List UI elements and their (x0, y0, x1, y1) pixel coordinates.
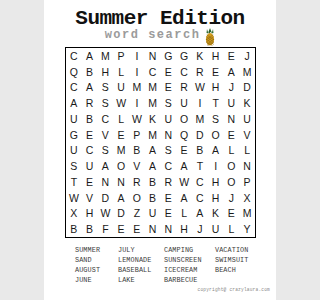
grid-cell[interactable]: C (161, 158, 177, 174)
grid-cell[interactable]: E (161, 64, 177, 80)
grid-cell[interactable]: U (82, 158, 98, 174)
grid-cell[interactable]: E (208, 64, 224, 80)
grid-cell[interactable]: E (224, 127, 240, 143)
grid-cell[interactable]: X (239, 190, 255, 206)
grid-cell[interactable]: B (82, 111, 98, 127)
grid-cell[interactable]: Y (239, 221, 255, 237)
grid-cell[interactable]: L (176, 206, 192, 222)
grid-cell[interactable]: E (224, 48, 240, 64)
grid-cell[interactable]: G (176, 48, 192, 64)
grid-cell[interactable]: U (176, 95, 192, 111)
grid-cell[interactable]: B (145, 190, 161, 206)
grid-cell[interactable]: U (239, 111, 255, 127)
grid-cell[interactable]: G (161, 48, 177, 64)
grid-cell[interactable]: C (98, 111, 114, 127)
grid-cell[interactable]: E (113, 221, 129, 237)
grid-cell[interactable]: O (113, 158, 129, 174)
grid-cell[interactable]: A (208, 143, 224, 159)
grid-cell[interactable]: D (113, 206, 129, 222)
grid-cell[interactable]: D (192, 127, 208, 143)
grid-cell[interactable]: M (145, 80, 161, 96)
grid-cell[interactable]: A (98, 158, 114, 174)
grid-cell[interactable]: M (145, 127, 161, 143)
grid-cell[interactable]: L (224, 221, 240, 237)
grid-cell[interactable]: B (129, 143, 145, 159)
word-list-column: CAMPINGSUNSCREENICECREAMBARBECUE (164, 245, 215, 285)
grid-cell[interactable]: E (113, 127, 129, 143)
grid-cell[interactable]: R (161, 174, 177, 190)
grid-cell[interactable]: N (145, 48, 161, 64)
word-search-page: Summer Edition word search CAMPINGGKHEJQ… (44, 0, 276, 300)
grid-cell[interactable]: S (161, 95, 177, 111)
grid-cell[interactable]: H (208, 190, 224, 206)
grid-cell[interactable]: J (239, 48, 255, 64)
grid-cell[interactable]: W (129, 111, 145, 127)
word-list-item: BEACH (215, 265, 271, 275)
grid-cell[interactable]: R (176, 80, 192, 96)
word-list-item: SAND (75, 255, 118, 265)
grid-cell[interactable]: Q (176, 127, 192, 143)
grid-cell[interactable]: A (113, 190, 129, 206)
grid-cell[interactable]: M (145, 95, 161, 111)
word-list: SUMMERSANDAUGUSTJUNEJULYLEMONADEBASEBALL… (75, 245, 271, 285)
grid-cell[interactable]: W (66, 190, 82, 206)
pineapple-icon (205, 28, 215, 46)
grid-cell[interactable]: N (161, 221, 177, 237)
grid-cell[interactable]: E (176, 143, 192, 159)
word-list-item: JULY (118, 245, 164, 255)
grid-cell[interactable]: L (113, 64, 129, 80)
grid-cell[interactable]: H (208, 80, 224, 96)
grid-cell[interactable]: E (224, 206, 240, 222)
grid-cell[interactable]: N (161, 127, 177, 143)
grid-cell[interactable]: E (129, 221, 145, 237)
grid-cell[interactable]: N (98, 174, 114, 190)
grid-cell[interactable]: N (224, 111, 240, 127)
word-list-item: SUMMER (75, 245, 118, 255)
grid-cell[interactable]: U (161, 111, 177, 127)
grid-cell[interactable]: V (82, 190, 98, 206)
grid-cell[interactable]: K (192, 48, 208, 64)
grid-cell[interactable]: M (192, 111, 208, 127)
grid-cell[interactable]: A (176, 158, 192, 174)
grid-cell[interactable]: U (113, 80, 129, 96)
word-list-item: CAMPING (164, 245, 215, 255)
grid-cell[interactable]: L (239, 143, 255, 159)
grid-cell[interactable]: B (66, 221, 82, 237)
grid-cell[interactable]: D (239, 80, 255, 96)
grid-cell[interactable]: X (66, 206, 82, 222)
grid-cell[interactable]: U (66, 111, 82, 127)
grid-cell[interactable]: N (145, 221, 161, 237)
word-list-item: ICECREAM (164, 265, 215, 275)
grid-cell[interactable]: A (66, 95, 82, 111)
grid-cell[interactable]: W (192, 80, 208, 96)
grid-cell[interactable]: M (129, 80, 145, 96)
grid-cell[interactable]: O (176, 111, 192, 127)
grid-cell[interactable]: I (192, 95, 208, 111)
grid-cell[interactable]: H (208, 174, 224, 190)
grid-cell[interactable]: R (82, 95, 98, 111)
word-list-column: VACATIONSWIMSUITBEACH (215, 245, 271, 285)
grid-cell[interactable]: G (66, 127, 82, 143)
grid-cell[interactable]: J (224, 80, 240, 96)
grid-cell[interactable]: S (98, 95, 114, 111)
grid-cell[interactable]: A (82, 48, 98, 64)
page-title: Summer Edition (44, 7, 276, 30)
grid-cell[interactable]: P (129, 127, 145, 143)
grid-cell[interactable]: B (82, 221, 98, 237)
grid-cell[interactable]: S (66, 158, 82, 174)
grid-cell[interactable]: I (129, 64, 145, 80)
page-subtitle: word search (105, 28, 201, 42)
grid-cell[interactable]: C (66, 48, 82, 64)
grid-cell[interactable]: S (208, 111, 224, 127)
grid-cell[interactable]: J (192, 221, 208, 237)
word-list-item: LEMONADE (118, 255, 164, 265)
word-list-item: SUNSCREEN (164, 255, 215, 265)
grid-cell[interactable]: C (192, 174, 208, 190)
grid-cell[interactable]: A (145, 158, 161, 174)
grid-cell[interactable]: A (176, 190, 192, 206)
grid-cell[interactable]: L (224, 143, 240, 159)
grid-cell[interactable]: E (161, 206, 177, 222)
grid-cell[interactable]: I (129, 95, 145, 111)
grid-cell[interactable]: T (192, 158, 208, 174)
grid-cell[interactable]: Q (66, 64, 82, 80)
grid-cell[interactable]: H (176, 221, 192, 237)
grid-cell[interactable]: B (192, 143, 208, 159)
grid-cell[interactable]: C (145, 64, 161, 80)
grid-cell[interactable]: U (224, 95, 240, 111)
grid-cell[interactable]: T (66, 174, 82, 190)
word-list-item: LAKE (118, 275, 164, 285)
grid-cell[interactable]: F (98, 221, 114, 237)
grid-cell[interactable]: S (161, 143, 177, 159)
grid-cell[interactable]: C (82, 143, 98, 159)
grid-cell[interactable]: B (82, 64, 98, 80)
grid-cell[interactable]: L (113, 111, 129, 127)
grid-cell[interactable]: O (224, 174, 240, 190)
grid-cell[interactable]: W (98, 206, 114, 222)
grid-cell[interactable]: U (66, 143, 82, 159)
grid-cell[interactable]: M (98, 48, 114, 64)
grid-cell[interactable]: P (113, 48, 129, 64)
grid-cell[interactable]: D (98, 190, 114, 206)
word-list-item: VACATION (215, 245, 271, 255)
grid-cell[interactable]: S (98, 80, 114, 96)
copyright-text: copyright@ crazylaura.com (197, 287, 270, 292)
grid-cell[interactable]: M (239, 64, 255, 80)
word-list-item: AUGUST (75, 265, 118, 275)
grid-cell[interactable]: T (208, 95, 224, 111)
grid-cell[interactable]: C (66, 80, 82, 96)
grid-cell[interactable]: M (239, 206, 255, 222)
word-list-item: SWIMSUIT (215, 255, 271, 265)
grid-cell[interactable]: M (113, 143, 129, 159)
grid-cell[interactable]: U (145, 206, 161, 222)
word-search-grid: CAMPINGGKHEJQBHLICECREAMCASUMMERWHJDARSW… (65, 47, 256, 238)
grid-cell[interactable]: V (98, 127, 114, 143)
grid-cell[interactable]: V (129, 158, 145, 174)
subtitle-row: word search (44, 28, 276, 46)
grid-cell[interactable]: O (224, 158, 240, 174)
grid-cell[interactable]: E (161, 190, 177, 206)
grid-cell[interactable]: A (192, 206, 208, 222)
grid-cell[interactable]: S (98, 143, 114, 159)
grid-cell[interactable]: J (224, 190, 240, 206)
grid-cell[interactable]: K (145, 111, 161, 127)
grid-cell[interactable]: R (129, 174, 145, 190)
word-list-item: JUNE (75, 275, 118, 285)
grid-cell[interactable]: Z (129, 206, 145, 222)
grid-cell[interactable]: W (176, 174, 192, 190)
grid-cell[interactable]: C (192, 190, 208, 206)
grid-cell[interactable]: E (82, 127, 98, 143)
grid-cell[interactable]: O (208, 127, 224, 143)
grid-cell[interactable]: A (224, 64, 240, 80)
grid-cell[interactable]: I (208, 158, 224, 174)
grid-cell[interactable]: B (145, 174, 161, 190)
grid-cell[interactable]: E (161, 80, 177, 96)
grid-cell[interactable]: P (239, 174, 255, 190)
grid-cell[interactable]: H (98, 64, 114, 80)
grid-cell[interactable]: W (113, 95, 129, 111)
grid-cell[interactable]: K (239, 95, 255, 111)
grid-cell[interactable]: A (82, 80, 98, 96)
word-list-column: SUMMERSANDAUGUSTJUNE (75, 245, 118, 285)
grid-cell[interactable]: N (239, 158, 255, 174)
grid-cell[interactable]: H (208, 48, 224, 64)
grid-cell[interactable]: K (208, 206, 224, 222)
grid-cell[interactable]: N (113, 174, 129, 190)
grid-cell[interactable]: R (192, 64, 208, 80)
grid-cell[interactable]: U (208, 221, 224, 237)
grid-cell[interactable]: A (145, 143, 161, 159)
grid-cell[interactable]: C (176, 64, 192, 80)
word-list-item: BARBECUE (164, 275, 215, 285)
grid-cell[interactable]: H (82, 206, 98, 222)
grid-cell[interactable]: O (129, 190, 145, 206)
grid-cell[interactable]: V (239, 127, 255, 143)
grid-cell[interactable]: I (129, 48, 145, 64)
grid-cell[interactable]: E (82, 174, 98, 190)
word-list-column: JULYLEMONADEBASEBALLLAKE (118, 245, 164, 285)
word-list-item: BASEBALL (118, 265, 164, 275)
